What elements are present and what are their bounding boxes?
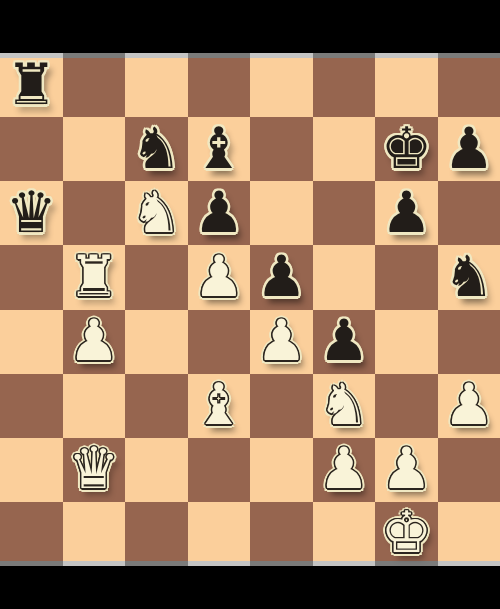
square-b4[interactable]: ♟ xyxy=(63,310,126,374)
square-f4[interactable]: ♟ xyxy=(313,310,376,374)
square-f7[interactable] xyxy=(313,117,376,181)
square-f8[interactable] xyxy=(313,53,376,117)
square-g7[interactable]: ♚ xyxy=(375,117,438,181)
square-b1[interactable] xyxy=(63,502,126,566)
piece-black-pawn[interactable]: ♟ xyxy=(193,184,244,241)
square-g8[interactable] xyxy=(375,53,438,117)
square-e7[interactable] xyxy=(250,117,313,181)
chess-app-screen: ♜♞♝♚♟♛♞♟♟♜♟♟♞♟♟♟♝♞♟♛♟♟♚ xyxy=(0,0,500,609)
square-d3[interactable]: ♝ xyxy=(188,374,251,438)
letterbox-top xyxy=(0,0,500,53)
square-c3[interactable] xyxy=(125,374,188,438)
square-e6[interactable] xyxy=(250,181,313,245)
square-a3[interactable] xyxy=(0,374,63,438)
square-e4[interactable]: ♟ xyxy=(250,310,313,374)
square-f2[interactable]: ♟ xyxy=(313,438,376,502)
piece-black-knight[interactable]: ♞ xyxy=(443,248,494,305)
square-b3[interactable] xyxy=(63,374,126,438)
square-d2[interactable] xyxy=(188,438,251,502)
piece-white-queen[interactable]: ♛ xyxy=(68,440,119,497)
square-h3[interactable]: ♟ xyxy=(438,374,500,438)
square-a8[interactable]: ♜ xyxy=(0,53,63,117)
piece-white-knight[interactable]: ♞ xyxy=(131,184,182,241)
piece-black-rook[interactable]: ♜ xyxy=(6,56,57,113)
square-d7[interactable]: ♝ xyxy=(188,117,251,181)
square-h6[interactable] xyxy=(438,181,500,245)
square-f3[interactable]: ♞ xyxy=(313,374,376,438)
square-h2[interactable] xyxy=(438,438,500,502)
square-d5[interactable]: ♟ xyxy=(188,245,251,309)
square-d6[interactable]: ♟ xyxy=(188,181,251,245)
square-c7[interactable]: ♞ xyxy=(125,117,188,181)
square-a4[interactable] xyxy=(0,310,63,374)
chess-board[interactable]: ♜♞♝♚♟♛♞♟♟♜♟♟♞♟♟♟♝♞♟♛♟♟♚ xyxy=(0,53,500,566)
square-a1[interactable] xyxy=(0,502,63,566)
square-g4[interactable] xyxy=(375,310,438,374)
piece-white-bishop[interactable]: ♝ xyxy=(193,376,244,433)
square-d1[interactable] xyxy=(188,502,251,566)
piece-white-pawn[interactable]: ♟ xyxy=(193,248,244,305)
piece-white-rook[interactable]: ♜ xyxy=(68,248,119,305)
piece-white-king[interactable]: ♚ xyxy=(381,504,432,561)
square-c1[interactable] xyxy=(125,502,188,566)
square-b8[interactable] xyxy=(63,53,126,117)
square-f5[interactable] xyxy=(313,245,376,309)
square-e5[interactable]: ♟ xyxy=(250,245,313,309)
square-a7[interactable] xyxy=(0,117,63,181)
square-g3[interactable] xyxy=(375,374,438,438)
piece-white-pawn[interactable]: ♟ xyxy=(256,312,307,369)
piece-white-pawn[interactable]: ♟ xyxy=(68,312,119,369)
square-e2[interactable] xyxy=(250,438,313,502)
square-g5[interactable] xyxy=(375,245,438,309)
square-h7[interactable]: ♟ xyxy=(438,117,500,181)
square-h8[interactable] xyxy=(438,53,500,117)
piece-black-pawn[interactable]: ♟ xyxy=(443,120,494,177)
square-g1[interactable]: ♚ xyxy=(375,502,438,566)
piece-black-pawn[interactable]: ♟ xyxy=(381,184,432,241)
piece-black-pawn[interactable]: ♟ xyxy=(318,312,369,369)
square-c6[interactable]: ♞ xyxy=(125,181,188,245)
piece-white-knight[interactable]: ♞ xyxy=(318,376,369,433)
piece-black-pawn[interactable]: ♟ xyxy=(256,248,307,305)
square-d8[interactable] xyxy=(188,53,251,117)
piece-black-bishop[interactable]: ♝ xyxy=(193,120,244,177)
square-b5[interactable]: ♜ xyxy=(63,245,126,309)
piece-black-knight[interactable]: ♞ xyxy=(131,120,182,177)
square-e3[interactable] xyxy=(250,374,313,438)
piece-black-queen[interactable]: ♛ xyxy=(6,184,57,241)
piece-white-pawn[interactable]: ♟ xyxy=(443,376,494,433)
square-h1[interactable] xyxy=(438,502,500,566)
square-e8[interactable] xyxy=(250,53,313,117)
piece-white-pawn[interactable]: ♟ xyxy=(318,440,369,497)
square-b7[interactable] xyxy=(63,117,126,181)
square-f1[interactable] xyxy=(313,502,376,566)
square-a2[interactable] xyxy=(0,438,63,502)
piece-black-king[interactable]: ♚ xyxy=(381,120,432,177)
square-a5[interactable] xyxy=(0,245,63,309)
square-e1[interactable] xyxy=(250,502,313,566)
square-b2[interactable]: ♛ xyxy=(63,438,126,502)
square-c4[interactable] xyxy=(125,310,188,374)
square-h4[interactable] xyxy=(438,310,500,374)
square-g6[interactable]: ♟ xyxy=(375,181,438,245)
square-a6[interactable]: ♛ xyxy=(0,181,63,245)
letterbox-bottom xyxy=(0,566,500,609)
square-d4[interactable] xyxy=(188,310,251,374)
square-c5[interactable] xyxy=(125,245,188,309)
square-c2[interactable] xyxy=(125,438,188,502)
square-f6[interactable] xyxy=(313,181,376,245)
piece-white-pawn[interactable]: ♟ xyxy=(381,440,432,497)
square-h5[interactable]: ♞ xyxy=(438,245,500,309)
square-c8[interactable] xyxy=(125,53,188,117)
square-g2[interactable]: ♟ xyxy=(375,438,438,502)
square-b6[interactable] xyxy=(63,181,126,245)
